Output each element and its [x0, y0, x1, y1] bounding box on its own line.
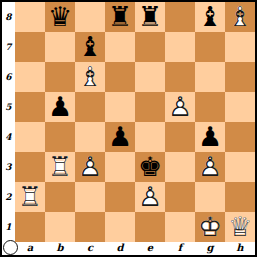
rank-label-7: 7 [2, 32, 15, 62]
square-c4[interactable] [75, 122, 105, 152]
square-b1[interactable] [45, 212, 75, 242]
file-labels: abcdefgh [15, 242, 255, 255]
square-a3[interactable] [15, 152, 45, 182]
square-f7[interactable] [165, 32, 195, 62]
square-g7[interactable] [195, 32, 225, 62]
square-f3[interactable] [165, 152, 195, 182]
square-d8[interactable]: ♜ [105, 2, 135, 32]
square-c1[interactable] [75, 212, 105, 242]
square-c2[interactable] [75, 182, 105, 212]
file-label-h: h [225, 242, 255, 255]
square-d6[interactable] [105, 62, 135, 92]
file-label-f: f [165, 242, 195, 255]
square-g8[interactable]: ♝ [195, 2, 225, 32]
square-f6[interactable] [165, 62, 195, 92]
piece-white-pawn: ♟♙ [195, 152, 225, 182]
square-h1[interactable]: ♛♕ [225, 212, 255, 242]
square-a8[interactable] [15, 2, 45, 32]
square-e6[interactable] [135, 62, 165, 92]
square-c6[interactable]: ♝♗ [75, 62, 105, 92]
square-f5[interactable]: ♟♙ [165, 92, 195, 122]
square-h7[interactable] [225, 32, 255, 62]
square-e5[interactable] [135, 92, 165, 122]
square-h8[interactable]: ♝♗ [225, 2, 255, 32]
square-f4[interactable] [165, 122, 195, 152]
piece-white-rook: ♜♖ [45, 152, 75, 182]
piece-white-pawn: ♟♙ [165, 92, 195, 122]
rank-label-5: 5 [2, 92, 15, 122]
piece-white-bishop: ♝♗ [225, 2, 255, 32]
square-h5[interactable] [225, 92, 255, 122]
square-d1[interactable] [105, 212, 135, 242]
square-d7[interactable] [105, 32, 135, 62]
square-b8[interactable]: ♛ [45, 2, 75, 32]
square-f8[interactable] [165, 2, 195, 32]
square-e3[interactable]: ♚ [135, 152, 165, 182]
piece-black-queen: ♛ [45, 2, 75, 32]
square-e7[interactable] [135, 32, 165, 62]
file-label-a: a [15, 242, 45, 255]
square-g5[interactable] [195, 92, 225, 122]
piece-black-king: ♚ [135, 152, 165, 182]
square-g3[interactable]: ♟♙ [195, 152, 225, 182]
square-a6[interactable] [15, 62, 45, 92]
rank-label-1: 1 [2, 212, 15, 242]
piece-black-bishop: ♝ [75, 32, 105, 62]
square-b3[interactable]: ♜♖ [45, 152, 75, 182]
piece-white-pawn: ♟♙ [135, 182, 165, 212]
square-c3[interactable]: ♟♙ [75, 152, 105, 182]
square-h4[interactable] [225, 122, 255, 152]
piece-white-queen: ♛♕ [225, 212, 255, 242]
piece-black-rook: ♜ [105, 2, 135, 32]
square-e8[interactable]: ♜ [135, 2, 165, 32]
square-g2[interactable] [195, 182, 225, 212]
file-label-g: g [195, 242, 225, 255]
square-f1[interactable] [165, 212, 195, 242]
file-label-e: e [135, 242, 165, 255]
square-a7[interactable] [15, 32, 45, 62]
rank-labels: 87654321 [2, 2, 15, 242]
piece-black-pawn: ♟ [105, 122, 135, 152]
square-c7[interactable]: ♝ [75, 32, 105, 62]
square-a5[interactable] [15, 92, 45, 122]
piece-black-pawn: ♟ [45, 92, 75, 122]
square-h2[interactable] [225, 182, 255, 212]
piece-black-bishop: ♝ [195, 2, 225, 32]
piece-black-rook: ♜ [135, 2, 165, 32]
rank-label-3: 3 [2, 152, 15, 182]
file-label-b: b [45, 242, 75, 255]
square-a4[interactable] [15, 122, 45, 152]
square-e4[interactable] [135, 122, 165, 152]
square-d3[interactable] [105, 152, 135, 182]
square-h3[interactable] [225, 152, 255, 182]
piece-white-king: ♚♔ [195, 212, 225, 242]
square-d4[interactable]: ♟ [105, 122, 135, 152]
file-label-d: d [105, 242, 135, 255]
piece-white-rook: ♜♖ [15, 182, 45, 212]
square-b7[interactable] [45, 32, 75, 62]
square-a1[interactable] [15, 212, 45, 242]
piece-white-bishop: ♝♗ [75, 62, 105, 92]
square-g1[interactable]: ♚♔ [195, 212, 225, 242]
square-h6[interactable] [225, 62, 255, 92]
chess-board: ♛♜♜♝♝♗♝♝♗♟♟♙♟♟♜♖♟♙♚♟♙♜♖♟♙♚♔♛♕ [15, 2, 255, 242]
rank-label-2: 2 [2, 182, 15, 212]
white-to-move-indicator [3, 240, 18, 255]
square-d2[interactable] [105, 182, 135, 212]
square-a2[interactable]: ♜♖ [15, 182, 45, 212]
square-b5[interactable]: ♟ [45, 92, 75, 122]
file-label-c: c [75, 242, 105, 255]
square-b6[interactable] [45, 62, 75, 92]
square-g4[interactable]: ♟ [195, 122, 225, 152]
square-b4[interactable] [45, 122, 75, 152]
square-c8[interactable] [75, 2, 105, 32]
piece-black-pawn: ♟ [195, 122, 225, 152]
chess-diagram: ♛♜♜♝♝♗♝♝♗♟♟♙♟♟♜♖♟♙♚♟♙♜♖♟♙♚♔♛♕ 87654321 a… [0, 0, 257, 257]
rank-label-8: 8 [2, 2, 15, 32]
square-d5[interactable] [105, 92, 135, 122]
square-g6[interactable] [195, 62, 225, 92]
square-c5[interactable] [75, 92, 105, 122]
rank-label-6: 6 [2, 62, 15, 92]
square-b2[interactable] [45, 182, 75, 212]
square-f2[interactable] [165, 182, 195, 212]
rank-label-4: 4 [2, 122, 15, 152]
board-panel: ♛♜♜♝♝♗♝♝♗♟♟♙♟♟♜♖♟♙♚♟♙♜♖♟♙♚♔♛♕ 87654321 a… [2, 2, 255, 255]
square-e1[interactable] [135, 212, 165, 242]
square-e2[interactable]: ♟♙ [135, 182, 165, 212]
piece-white-pawn: ♟♙ [75, 152, 105, 182]
